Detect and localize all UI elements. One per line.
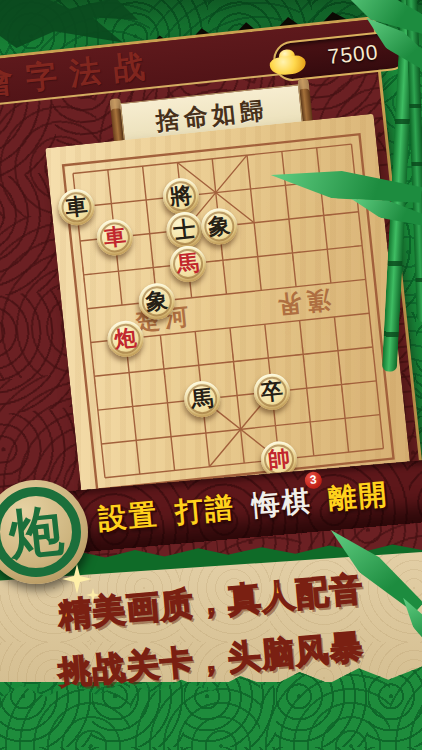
- kifu-button[interactable]: 打譜: [174, 489, 237, 532]
- piece-glyph: 馬: [168, 244, 208, 284]
- piece-black-卒[interactable]: 卒: [252, 372, 292, 412]
- cannon-badge-glyph: 炮: [0, 475, 93, 589]
- app-screen: 轉會字法战 7500 捨命如歸: [0, 0, 422, 750]
- piece-glyph: 炮: [106, 319, 146, 359]
- piece-red-炮[interactable]: 炮: [106, 319, 146, 359]
- cannon-piece-badge[interactable]: 炮: [0, 480, 88, 584]
- gold-ingot-icon: [268, 47, 307, 77]
- undo-button[interactable]: 悔棋3: [250, 482, 313, 525]
- piece-glyph: 馬: [183, 379, 223, 419]
- piece-black-象[interactable]: 象: [200, 207, 240, 247]
- undo-count-badge: 3: [304, 471, 322, 489]
- piece-glyph: 車: [95, 218, 135, 258]
- piece-glyph: 卒: [252, 372, 292, 412]
- settings-button[interactable]: 設置: [97, 495, 160, 538]
- piece-glyph: 車: [57, 187, 97, 227]
- piece-red-車[interactable]: 車: [95, 218, 135, 258]
- piece-black-馬[interactable]: 馬: [183, 379, 223, 419]
- piece-black-車[interactable]: 車: [57, 187, 97, 227]
- calligraphy-watermark: 轉會字法战: [0, 44, 159, 109]
- leave-button[interactable]: 離開: [327, 475, 390, 518]
- piece-glyph: 象: [137, 282, 177, 322]
- piece-black-象[interactable]: 象: [137, 282, 177, 322]
- piece-glyph: 象: [200, 207, 240, 247]
- piece-red-馬[interactable]: 馬: [168, 244, 208, 284]
